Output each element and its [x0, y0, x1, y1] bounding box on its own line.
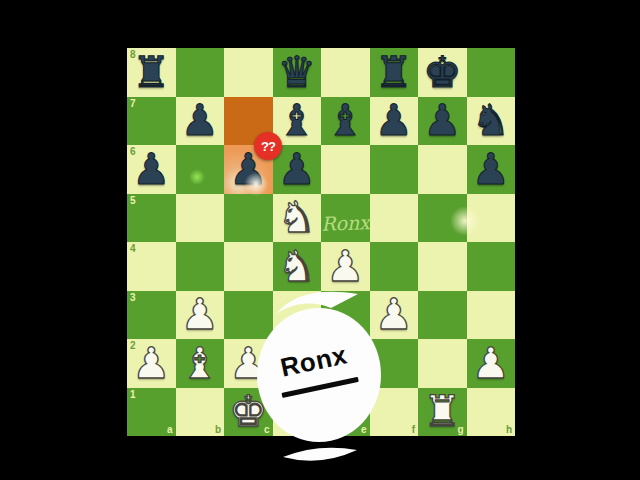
square-b6[interactable]	[176, 145, 225, 194]
file-label-a: a	[167, 424, 173, 435]
piece-wP-h2[interactable]: ♟	[467, 339, 516, 388]
file-label-h: h	[506, 424, 512, 435]
file-label-e: e	[361, 424, 367, 435]
square-d3[interactable]	[273, 291, 322, 340]
square-d5[interactable]: ♞	[273, 194, 322, 243]
square-d4[interactable]: ♞	[273, 242, 322, 291]
square-f8[interactable]: ♜	[370, 48, 419, 97]
square-e6[interactable]	[321, 145, 370, 194]
square-c1[interactable]: ♚c	[224, 388, 273, 437]
square-h6[interactable]: ♟	[467, 145, 516, 194]
piece-wP-f3[interactable]: ♟	[370, 291, 419, 340]
square-e3[interactable]	[321, 291, 370, 340]
piece-bN-h7[interactable]: ♞	[467, 97, 516, 146]
square-e7[interactable]: ♝	[321, 97, 370, 146]
square-b7[interactable]: ♟	[176, 97, 225, 146]
square-h8[interactable]	[467, 48, 516, 97]
square-a6[interactable]: ♟6	[127, 145, 176, 194]
square-g1[interactable]: ♜g	[418, 388, 467, 437]
rank-label-8: 8	[130, 49, 136, 60]
square-a2[interactable]: ♟2	[127, 339, 176, 388]
rank-label-2: 2	[130, 340, 136, 351]
piece-bP-f7[interactable]: ♟	[370, 97, 419, 146]
square-f5[interactable]	[370, 194, 419, 243]
square-c2[interactable]: ♟	[224, 339, 273, 388]
square-a7[interactable]: 7	[127, 97, 176, 146]
square-a3[interactable]: 3	[127, 291, 176, 340]
square-g7[interactable]: ♟	[418, 97, 467, 146]
square-h1[interactable]: h	[467, 388, 516, 437]
square-h2[interactable]: ♟	[467, 339, 516, 388]
rank-label-4: 4	[130, 243, 136, 254]
square-h3[interactable]	[467, 291, 516, 340]
piece-bR-f8[interactable]: ♜	[370, 48, 419, 97]
piece-bP-h6[interactable]: ♟	[467, 145, 516, 194]
rank-label-3: 3	[130, 292, 136, 303]
piece-bK-g8[interactable]: ♚	[418, 48, 467, 97]
square-g3[interactable]	[418, 291, 467, 340]
piece-bP-g7[interactable]: ♟	[418, 97, 467, 146]
square-f7[interactable]: ♟	[370, 97, 419, 146]
rank-label-7: 7	[130, 98, 136, 109]
square-a5[interactable]: 5	[127, 194, 176, 243]
square-g6[interactable]	[418, 145, 467, 194]
board-watermark: Ronx	[320, 204, 370, 242]
piece-wN-d5[interactable]: ♞	[273, 194, 322, 243]
file-label-g: g	[457, 424, 463, 435]
file-label-c: c	[264, 424, 270, 435]
rank-label-1: 1	[130, 389, 136, 400]
square-c8[interactable]	[224, 48, 273, 97]
square-e4[interactable]: ♟	[321, 242, 370, 291]
square-g4[interactable]	[418, 242, 467, 291]
square-g2[interactable]	[418, 339, 467, 388]
square-f2[interactable]	[370, 339, 419, 388]
square-h5[interactable]	[467, 194, 516, 243]
piece-wP-e4[interactable]: ♟	[321, 242, 370, 291]
square-b5[interactable]	[176, 194, 225, 243]
square-a8[interactable]: ♜8	[127, 48, 176, 97]
square-a4[interactable]: 4	[127, 242, 176, 291]
piece-wP-c2[interactable]: ♟	[224, 339, 273, 388]
square-h7[interactable]: ♞	[467, 97, 516, 146]
square-f6[interactable]	[370, 145, 419, 194]
piece-wB-b2[interactable]: ♝	[176, 339, 225, 388]
square-b4[interactable]	[176, 242, 225, 291]
square-e1[interactable]: e	[321, 388, 370, 437]
square-f1[interactable]: f	[370, 388, 419, 437]
rank-label-5: 5	[130, 195, 136, 206]
file-label-d: d	[312, 424, 318, 435]
piece-bQ-d8[interactable]: ♛	[273, 48, 322, 97]
square-c3[interactable]	[224, 291, 273, 340]
square-d8[interactable]: ♛	[273, 48, 322, 97]
square-b2[interactable]: ♝	[176, 339, 225, 388]
blunder-badge: ??	[254, 132, 282, 160]
piece-bB-e7[interactable]: ♝	[321, 97, 370, 146]
piece-wP-b3[interactable]: ♟	[176, 291, 225, 340]
square-c5[interactable]	[224, 194, 273, 243]
square-g8[interactable]: ♚	[418, 48, 467, 97]
square-b3[interactable]: ♟	[176, 291, 225, 340]
square-c4[interactable]	[224, 242, 273, 291]
chess-board: ♜8♛♜♚7♟♝♝♟♟♞♟6♟♟♟5♞4♞♟3♟♟♟2♝♟♟1ab♚cdef♜g…	[127, 48, 515, 436]
bubble-bottom-swoosh	[283, 448, 357, 461]
square-h4[interactable]	[467, 242, 516, 291]
file-label-f: f	[412, 424, 415, 435]
square-a1[interactable]: 1a	[127, 388, 176, 437]
square-f3[interactable]: ♟	[370, 291, 419, 340]
piece-wN-d4[interactable]: ♞	[273, 242, 322, 291]
square-b8[interactable]	[176, 48, 225, 97]
file-label-b: b	[215, 424, 221, 435]
square-b1[interactable]: b	[176, 388, 225, 437]
rank-label-6: 6	[130, 146, 136, 157]
square-e8[interactable]	[321, 48, 370, 97]
square-f4[interactable]	[370, 242, 419, 291]
square-g5[interactable]	[418, 194, 467, 243]
piece-bP-b7[interactable]: ♟	[176, 97, 225, 146]
